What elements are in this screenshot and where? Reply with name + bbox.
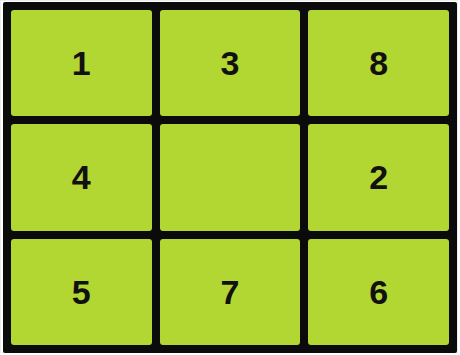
tile-8[interactable]: 8 bbox=[308, 10, 449, 116]
tile-3[interactable]: 3 bbox=[160, 10, 301, 116]
tile-1[interactable]: 1 bbox=[11, 10, 152, 116]
tile-4[interactable]: 4 bbox=[11, 124, 152, 230]
tile-2[interactable]: 2 bbox=[308, 124, 449, 230]
tile-7[interactable]: 7 bbox=[160, 239, 301, 345]
tile-5[interactable]: 5 bbox=[11, 239, 152, 345]
puzzle-board: 1 3 8 4 2 5 7 6 bbox=[3, 2, 457, 353]
empty-cell bbox=[160, 124, 301, 230]
tile-6[interactable]: 6 bbox=[308, 239, 449, 345]
